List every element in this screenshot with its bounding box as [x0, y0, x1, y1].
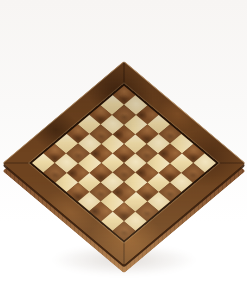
chessboard-product-photo — [0, 0, 247, 296]
board-playing-field — [29, 83, 219, 242]
chessboard — [2, 61, 245, 265]
